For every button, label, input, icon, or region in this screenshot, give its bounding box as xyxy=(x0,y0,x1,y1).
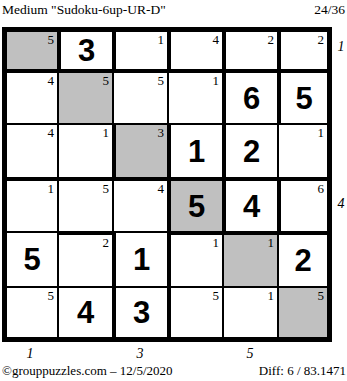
cell-pencilmark: 1 xyxy=(268,289,275,303)
sudoku-cell-r5c4[interactable]: 1 xyxy=(167,231,222,286)
cell-value: 2 xyxy=(243,136,260,167)
sudoku-cell-r6c3[interactable]: 3 xyxy=(112,286,167,342)
cell-pencilmark: 2 xyxy=(268,33,275,47)
cell-pencilmark: 4 xyxy=(48,126,55,140)
sudoku-cell-r3c2[interactable]: 1 xyxy=(57,123,112,177)
cell-pencilmark: 6 xyxy=(318,182,325,196)
sudoku-cell-r3c5[interactable]: 2 xyxy=(222,123,277,177)
sudoku-cell-r3c4[interactable]: 1 xyxy=(167,123,222,177)
sudoku-cell-r2c6[interactable]: 5 xyxy=(277,69,332,123)
cell-value: 4 xyxy=(77,297,94,328)
cell-pencilmark: 5 xyxy=(103,182,110,196)
sudoku-cell-r6c5[interactable]: 1 xyxy=(222,286,277,342)
sudoku-cell-r6c6[interactable]: 5 xyxy=(277,286,332,342)
sudoku-cell-r4c5[interactable]: 4 xyxy=(222,177,277,231)
cell-pencilmark: 1 xyxy=(213,236,220,250)
sudoku-cell-r3c1[interactable]: 4 xyxy=(2,123,57,177)
cell-pencilmark: 4 xyxy=(213,33,220,47)
cell-value: 1 xyxy=(133,244,150,275)
cell-pencilmark: 2 xyxy=(103,236,110,250)
cell-pencilmark: 5 xyxy=(213,289,220,303)
sudoku-cell-r6c1[interactable]: 5 xyxy=(2,286,57,342)
sudoku-cell-r5c3[interactable]: 1 xyxy=(112,231,167,286)
sudoku-cell-r2c5[interactable]: 6 xyxy=(222,69,277,123)
col-label-3: 3 xyxy=(126,346,154,362)
cell-pencilmark: 5 xyxy=(103,74,110,88)
cell-pencilmark: 1 xyxy=(48,182,55,196)
cell-pencilmark: 1 xyxy=(268,236,275,250)
cell-pencilmark: 1 xyxy=(158,33,165,47)
sudoku-cell-r1c6[interactable]: 2 xyxy=(277,27,332,69)
sudoku-cell-r4c2[interactable]: 5 xyxy=(57,177,112,231)
cell-pencilmark: 1 xyxy=(318,126,325,140)
sudoku-cell-r3c3[interactable]: 3 xyxy=(112,123,167,177)
cell-pencilmark: 4 xyxy=(48,74,55,88)
cell-value: 3 xyxy=(133,297,150,328)
sudoku-cell-r2c2[interactable]: 5 xyxy=(57,69,112,123)
footer-difficulty: Diff: 6 / 83.1471 xyxy=(259,363,346,379)
progress-counter: 24/36 xyxy=(314,2,345,18)
cell-pencilmark: 1 xyxy=(103,126,110,140)
cell-pencilmark: 5 xyxy=(158,74,165,88)
sudoku-cell-r4c3[interactable]: 4 xyxy=(112,177,167,231)
cell-pencilmark: 5 xyxy=(318,289,325,303)
sudoku-cell-r1c5[interactable]: 2 xyxy=(222,27,277,69)
cell-value: 5 xyxy=(23,244,40,275)
sudoku-cell-r4c4[interactable]: 5 xyxy=(167,177,222,231)
sudoku-cell-r2c3[interactable]: 5 xyxy=(112,69,167,123)
cell-pencilmark: 3 xyxy=(158,126,165,140)
sudoku-cell-r3c6[interactable]: 1 xyxy=(277,123,332,177)
sudoku-cell-r1c2[interactable]: 3 xyxy=(57,27,112,69)
sudoku-cell-r5c6[interactable]: 2 xyxy=(277,231,332,286)
sudoku-cell-r1c1[interactable]: 5 xyxy=(2,27,57,69)
sudoku-cell-r5c1[interactable]: 5 xyxy=(2,231,57,286)
cell-pencilmark: 5 xyxy=(48,33,55,47)
col-label-5: 5 xyxy=(236,346,264,362)
sudoku-cell-r6c2[interactable]: 4 xyxy=(57,286,112,342)
cell-value: 1 xyxy=(188,136,205,167)
cell-value: 3 xyxy=(78,35,95,66)
sudoku-cell-r4c1[interactable]: 1 xyxy=(2,177,57,231)
cell-value: 2 xyxy=(294,245,311,276)
cell-pencilmark: 5 xyxy=(48,289,55,303)
sudoku-board: 531422455165413121154546521112543515 xyxy=(2,27,332,342)
cell-pencilmark: 4 xyxy=(158,182,165,196)
cell-pencilmark: 1 xyxy=(213,74,220,88)
footer-copyright: ©grouppuzzles.com – 12/5/2020 xyxy=(2,363,173,379)
sudoku-cell-r5c5[interactable]: 1 xyxy=(222,231,277,286)
sudoku-cell-r6c4[interactable]: 5 xyxy=(167,286,222,342)
cell-value: 5 xyxy=(295,83,312,114)
sudoku-cell-r5c2[interactable]: 2 xyxy=(57,231,112,286)
sudoku-cell-r1c3[interactable]: 1 xyxy=(112,27,167,69)
sudoku-cell-r2c1[interactable]: 4 xyxy=(2,69,57,123)
sudoku-cell-r1c4[interactable]: 4 xyxy=(167,27,222,69)
title-bar: Medium "Sudoku-6up-UR-D" 24/36 xyxy=(2,2,345,18)
cell-value: 5 xyxy=(188,191,205,222)
footer: ©grouppuzzles.com – 12/5/2020 Diff: 6 / … xyxy=(2,363,346,379)
cell-pencilmark: 2 xyxy=(318,33,325,47)
sudoku-cell-r2c4[interactable]: 1 xyxy=(167,69,222,123)
cell-value: 6 xyxy=(243,83,260,114)
sudoku-cell-r4c6[interactable]: 6 xyxy=(277,177,332,231)
col-label-1: 1 xyxy=(16,346,44,362)
row-label-4: 4 xyxy=(334,196,347,212)
row-label-1: 1 xyxy=(334,39,347,55)
cell-value: 4 xyxy=(243,191,260,222)
puzzle-title: Medium "Sudoku-6up-UR-D" xyxy=(2,2,166,18)
